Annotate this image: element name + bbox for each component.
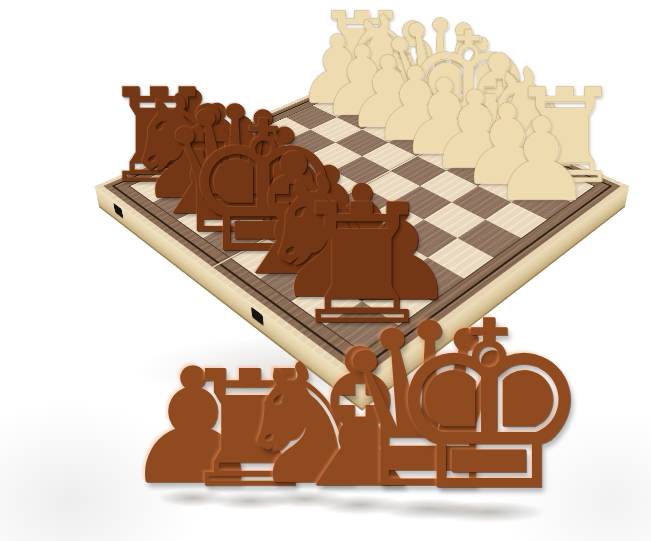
display-king: ♚ [385,291,593,523]
product-photo-scene: ♜♞♝♛♚♝♞♜♟♟♟♟♟♟♟♟♟♟♟♟♟♟♟♟♜♞♝♛♚♝♞♜ ♟♜♞♝♛♚ [0,0,651,541]
display-pieces-row: ♟♜♞♝♛♚ [0,0,651,541]
